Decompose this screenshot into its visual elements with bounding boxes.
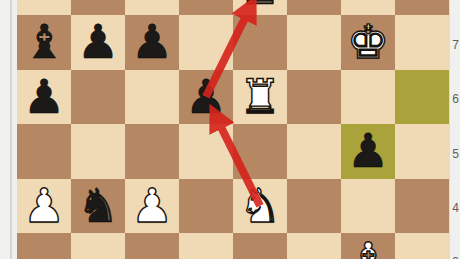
piece-black-pawn[interactable]: ♟ xyxy=(23,70,65,125)
piece-black-knight[interactable]: ♞ xyxy=(77,179,119,234)
square-c5[interactable] xyxy=(125,124,179,179)
square-b8[interactable] xyxy=(71,0,125,15)
square-f5[interactable] xyxy=(287,124,341,179)
square-a3[interactable] xyxy=(17,233,71,259)
square-b6[interactable] xyxy=(71,70,125,125)
square-f6[interactable] xyxy=(287,70,341,125)
square-g4[interactable] xyxy=(341,179,395,234)
square-a4[interactable]: ♟ xyxy=(17,179,71,234)
piece-white-rook[interactable]: ♜ xyxy=(239,70,281,125)
square-g8[interactable] xyxy=(341,0,395,15)
chess-board: ♜♝♟♟♚♟♟♜♟♟♞♟♞♝ xyxy=(17,0,449,259)
square-e5[interactable] xyxy=(233,124,287,179)
square-e8[interactable]: ♜ xyxy=(233,0,287,15)
square-f8[interactable] xyxy=(287,0,341,15)
square-b7[interactable]: ♟ xyxy=(71,15,125,70)
panel-divider xyxy=(10,0,12,259)
square-h5[interactable] xyxy=(395,124,449,179)
piece-white-pawn[interactable]: ♟ xyxy=(23,179,65,234)
square-g6[interactable] xyxy=(341,70,395,125)
square-d6[interactable]: ♟ xyxy=(179,70,233,125)
square-d8[interactable] xyxy=(179,0,233,15)
rank-label-6: 6 xyxy=(452,92,459,106)
square-a7[interactable]: ♝ xyxy=(17,15,71,70)
left-panel xyxy=(0,0,17,259)
square-g5[interactable]: ♟ xyxy=(341,124,395,179)
piece-white-king[interactable]: ♚ xyxy=(347,15,389,70)
square-b3[interactable] xyxy=(71,233,125,259)
piece-black-pawn[interactable]: ♟ xyxy=(185,70,227,125)
chess-board-viewport: ♜♝♟♟♚♟♟♜♟♟♞♟♞♝ xyxy=(17,0,449,259)
piece-white-knight[interactable]: ♞ xyxy=(239,179,281,234)
square-c6[interactable] xyxy=(125,70,179,125)
piece-black-bishop[interactable]: ♝ xyxy=(23,15,65,70)
rank-label-5: 5 xyxy=(452,147,459,161)
square-c4[interactable]: ♟ xyxy=(125,179,179,234)
square-e3[interactable] xyxy=(233,233,287,259)
rank-label-7: 7 xyxy=(452,38,459,52)
piece-black-pawn[interactable]: ♟ xyxy=(77,15,119,70)
square-g7[interactable]: ♚ xyxy=(341,15,395,70)
square-h3[interactable] xyxy=(395,233,449,259)
rank-label-4: 4 xyxy=(452,201,459,215)
square-h8[interactable] xyxy=(395,0,449,15)
square-h4[interactable] xyxy=(395,179,449,234)
square-c8[interactable] xyxy=(125,0,179,15)
square-d5[interactable] xyxy=(179,124,233,179)
piece-white-pawn[interactable]: ♟ xyxy=(131,179,173,234)
square-h6[interactable] xyxy=(395,70,449,125)
square-g3[interactable]: ♝ xyxy=(341,233,395,259)
square-d7[interactable] xyxy=(179,15,233,70)
rank-label-3: 3 xyxy=(452,255,459,259)
analysis-board-region: ♜♝♟♟♚♟♟♜♟♟♞♟♞♝ 7 6 5 4 3 xyxy=(0,0,460,259)
piece-black-pawn[interactable]: ♟ xyxy=(131,15,173,70)
square-c7[interactable]: ♟ xyxy=(125,15,179,70)
square-e4[interactable]: ♞ xyxy=(233,179,287,234)
square-a6[interactable]: ♟ xyxy=(17,70,71,125)
square-f4[interactable] xyxy=(287,179,341,234)
square-b4[interactable]: ♞ xyxy=(71,179,125,234)
square-e6[interactable]: ♜ xyxy=(233,70,287,125)
piece-black-rook[interactable]: ♜ xyxy=(239,0,281,15)
piece-black-pawn[interactable]: ♟ xyxy=(347,124,389,179)
square-c3[interactable] xyxy=(125,233,179,259)
square-f7[interactable] xyxy=(287,15,341,70)
square-e7[interactable] xyxy=(233,15,287,70)
square-h7[interactable] xyxy=(395,15,449,70)
square-a5[interactable] xyxy=(17,124,71,179)
piece-white-bishop[interactable]: ♝ xyxy=(347,233,389,259)
square-d3[interactable] xyxy=(179,233,233,259)
square-b5[interactable] xyxy=(71,124,125,179)
square-a8[interactable] xyxy=(17,0,71,15)
rank-coordinates: 7 6 5 4 3 xyxy=(449,0,460,259)
square-d4[interactable] xyxy=(179,179,233,234)
square-f3[interactable] xyxy=(287,233,341,259)
